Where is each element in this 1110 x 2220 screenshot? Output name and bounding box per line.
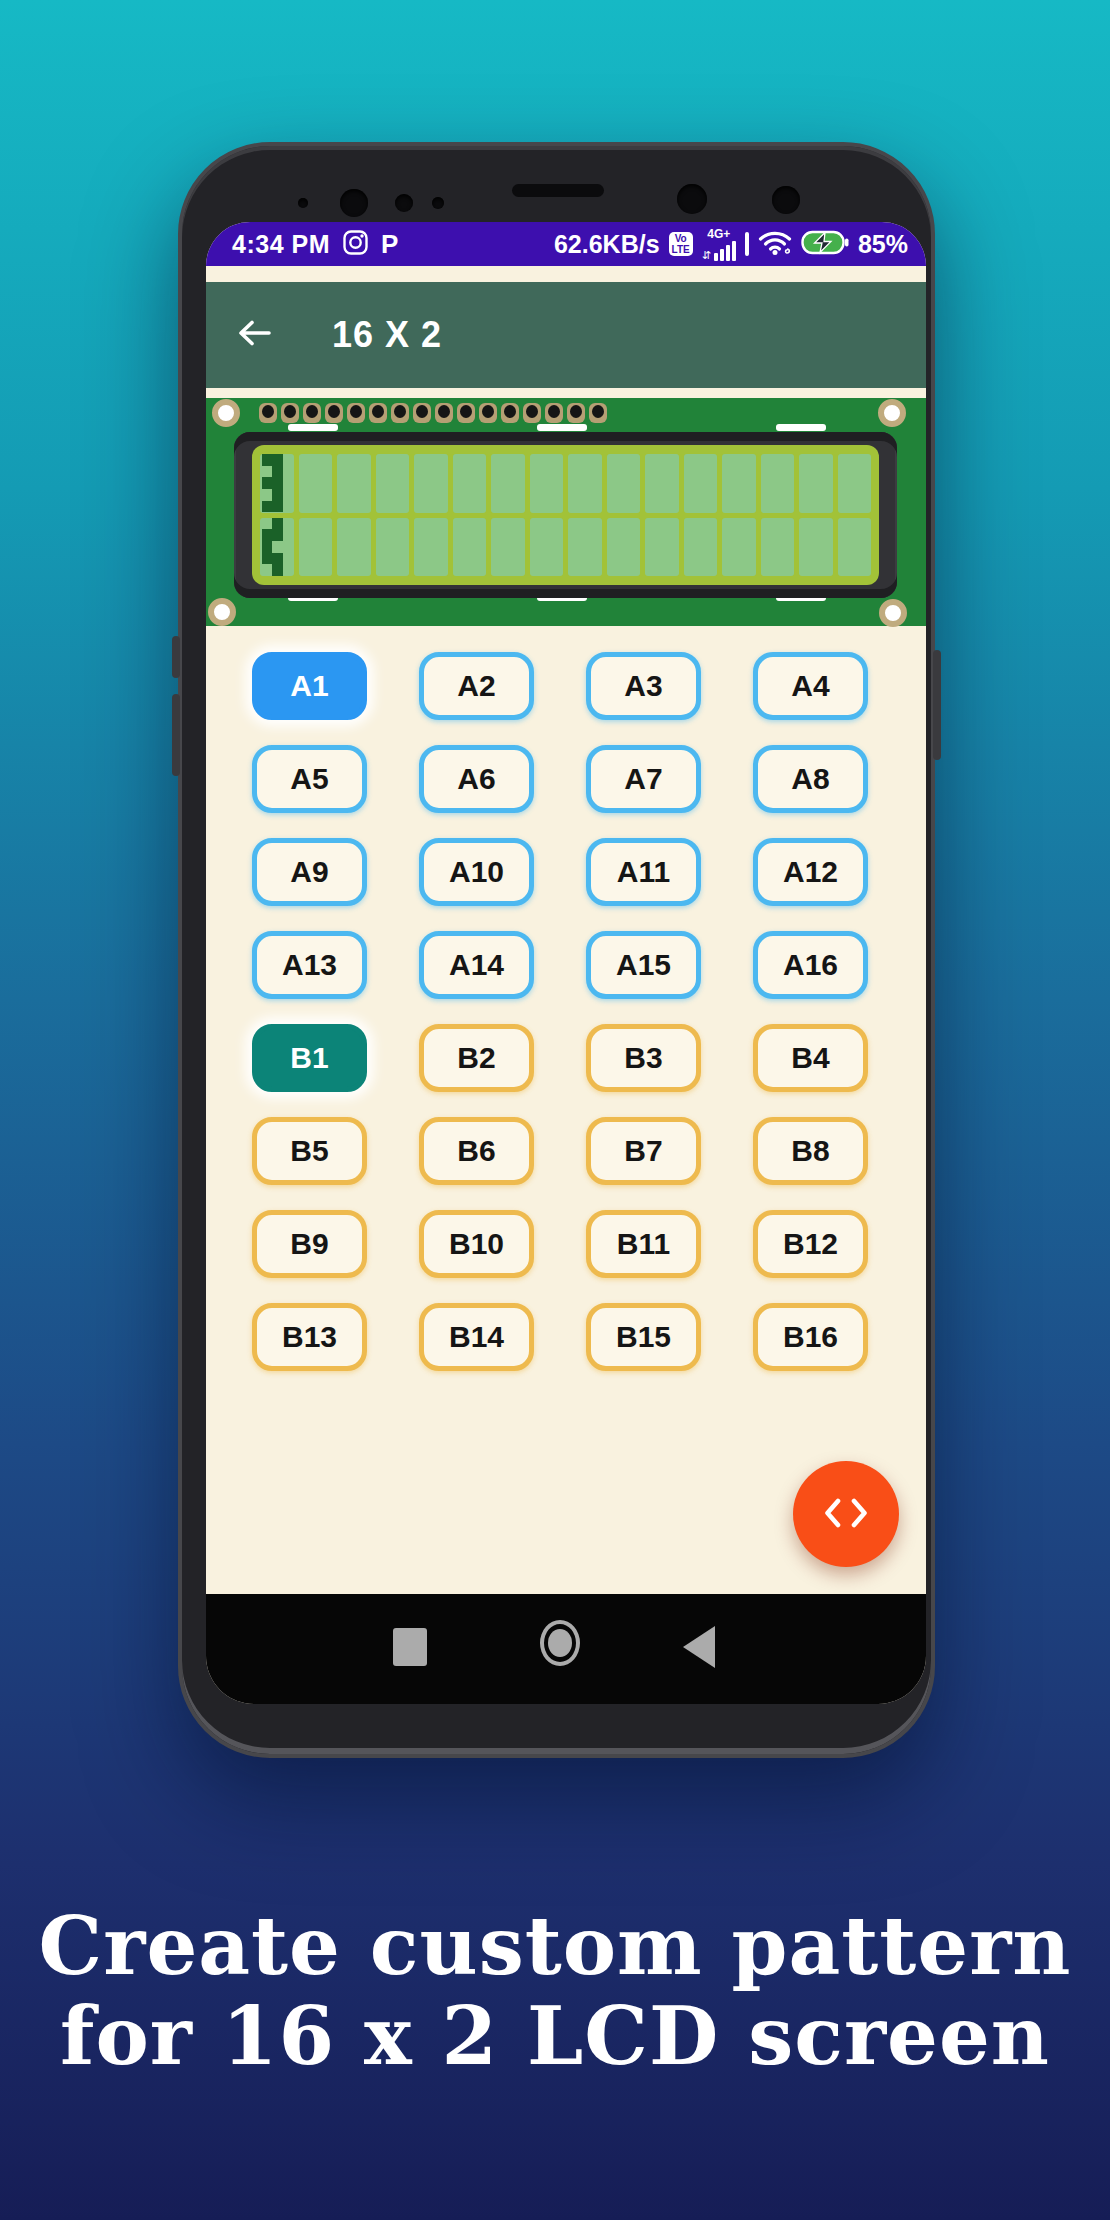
- lcd-grid: [260, 454, 871, 576]
- pattern-button-b12[interactable]: B12: [753, 1210, 868, 1278]
- lcd-cell-r1c8: [530, 454, 564, 513]
- lcd-cell-r2c3: [337, 518, 371, 577]
- lcd-pin: [545, 403, 563, 423]
- earpiece-speaker: [512, 184, 604, 197]
- pattern-button-b4[interactable]: B4: [753, 1024, 868, 1092]
- clock-text: 4:34 PM: [232, 230, 330, 259]
- page-background: 4:34 PM P 62.6KB/s VoLTE 4G+ ⇵: [0, 0, 1110, 2220]
- home-circle-icon[interactable]: [540, 1620, 580, 1666]
- lcd-pin: [259, 403, 277, 423]
- status-bar-left: 4:34 PM P: [232, 229, 398, 260]
- data-arrows-icon: ⇵: [702, 250, 711, 261]
- lcd-pin: [479, 403, 497, 423]
- pattern-button-b11[interactable]: B11: [586, 1210, 701, 1278]
- cellular-signal-icon: 4G+ ⇵: [702, 228, 736, 261]
- lcd-cell-r1c1: [260, 454, 294, 513]
- mounting-hole-top-left: [212, 399, 240, 427]
- camera-lens-right: [772, 186, 800, 214]
- lcd-pin: [347, 403, 365, 423]
- lcd-pin: [391, 403, 409, 423]
- lcd-cell-r2c4: [376, 518, 410, 577]
- volume-button: [172, 636, 180, 678]
- pattern-button-a7[interactable]: A7: [586, 745, 701, 813]
- pattern-button-b15[interactable]: B15: [586, 1303, 701, 1371]
- pattern-button-a5[interactable]: A5: [252, 745, 367, 813]
- mounting-hole-bottom-left: [208, 598, 236, 626]
- status-bar: 4:34 PM P 62.6KB/s VoLTE 4G+ ⇵: [206, 222, 926, 266]
- network-speed-text: 62.6KB/s: [554, 230, 660, 259]
- pattern-button-b13[interactable]: B13: [252, 1303, 367, 1371]
- lcd-pin: [303, 403, 321, 423]
- front-camera-lens: [340, 189, 368, 217]
- pattern-button-a6[interactable]: A6: [419, 745, 534, 813]
- caption-line-1: Create custom pattern: [0, 1902, 1110, 1992]
- phone-frame: 4:34 PM P 62.6KB/s VoLTE 4G+ ⇵: [178, 142, 935, 1758]
- pattern-button-b2[interactable]: B2: [419, 1024, 534, 1092]
- pattern-button-b10[interactable]: B10: [419, 1210, 534, 1278]
- solder-pad-dash: [776, 424, 826, 431]
- back-arrow-icon[interactable]: [234, 314, 274, 356]
- lcd-cell-r1c7: [491, 454, 525, 513]
- lcd-cell-r1c5: [414, 454, 448, 513]
- network-type-label: 4G+: [707, 228, 730, 240]
- pattern-button-a14[interactable]: A14: [419, 931, 534, 999]
- camera-lens-left: [677, 184, 707, 214]
- lcd-cell-r2c16: [838, 518, 872, 577]
- lcd-cell-r1c9: [568, 454, 602, 513]
- mounting-hole-bottom-right: [879, 599, 907, 627]
- pattern-button-b14[interactable]: B14: [419, 1303, 534, 1371]
- sim2-signal-icon: [745, 232, 749, 256]
- lcd-cell-r2c11: [645, 518, 679, 577]
- app-bar: 16 X 2: [206, 282, 926, 388]
- lcd-cell-r2c15: [799, 518, 833, 577]
- lcd-pin: [567, 403, 585, 423]
- lcd-cell-r2c2: [299, 518, 333, 577]
- proximity-sensor-dot: [298, 198, 308, 208]
- pattern-button-a16[interactable]: A16: [753, 931, 868, 999]
- volume-button-lower: [172, 694, 180, 776]
- pattern-button-a4[interactable]: A4: [753, 652, 868, 720]
- mounting-hole-top-right: [878, 399, 906, 427]
- status-bar-right: 62.6KB/s VoLTE 4G+ ⇵: [554, 228, 908, 261]
- pattern-button-a12[interactable]: A12: [753, 838, 868, 906]
- lcd-cell-r2c5: [414, 518, 448, 577]
- lcd-cell-r2c12: [684, 518, 718, 577]
- lcd-cell-r1c4: [376, 454, 410, 513]
- lcd-pin: [369, 403, 387, 423]
- p-notification-icon: P: [381, 229, 398, 260]
- lcd-custom-pattern-b1: [262, 518, 283, 577]
- lcd-cell-r2c6: [453, 518, 487, 577]
- lcd-bezel: [234, 432, 897, 598]
- lcd-pin: [435, 403, 453, 423]
- pattern-button-a13[interactable]: A13: [252, 931, 367, 999]
- page-title: 16 X 2: [332, 314, 442, 356]
- lcd-cell-r2c14: [761, 518, 795, 577]
- lcd-pin: [501, 403, 519, 423]
- pattern-button-b7[interactable]: B7: [586, 1117, 701, 1185]
- pattern-button-a2[interactable]: A2: [419, 652, 534, 720]
- pattern-button-grid: A1A2A3A4A5A6A7A8A9A10A11A12A13A14A15A16B…: [252, 652, 872, 1371]
- lcd-cell-r2c10: [607, 518, 641, 577]
- lcd-cell-r1c15: [799, 454, 833, 513]
- wifi-icon: [758, 229, 792, 260]
- pattern-button-b8[interactable]: B8: [753, 1117, 868, 1185]
- lcd-cell-r1c10: [607, 454, 641, 513]
- lcd-cell-r1c11: [645, 454, 679, 513]
- lcd-cell-r1c14: [761, 454, 795, 513]
- lcd-cell-r1c6: [453, 454, 487, 513]
- lcd-cell-r2c7: [491, 518, 525, 577]
- pattern-button-a8[interactable]: A8: [753, 745, 868, 813]
- lcd-module-pcb: [206, 398, 926, 626]
- lcd-cell-r1c12: [684, 454, 718, 513]
- pattern-button-b5[interactable]: B5: [252, 1117, 367, 1185]
- lcd-pin: [457, 403, 475, 423]
- lcd-cell-r1c13: [722, 454, 756, 513]
- pattern-button-a11[interactable]: A11: [586, 838, 701, 906]
- pattern-button-a3[interactable]: A3: [586, 652, 701, 720]
- phone-screen: 4:34 PM P 62.6KB/s VoLTE 4G+ ⇵: [206, 222, 926, 1704]
- power-button: [933, 650, 941, 760]
- lcd-cell-r2c8: [530, 518, 564, 577]
- lcd-glass: [252, 445, 879, 585]
- lcd-cell-r1c16: [838, 454, 872, 513]
- pattern-button-b9[interactable]: B9: [252, 1210, 367, 1278]
- caption-text: Create custom pattern for 16 x 2 LCD scr…: [0, 1902, 1110, 2081]
- lcd-cell-r1c3: [337, 454, 371, 513]
- battery-icon: [801, 229, 849, 260]
- instagram-icon: [342, 229, 369, 260]
- volte-icon: VoLTE: [669, 232, 693, 256]
- pattern-button-b6[interactable]: B6: [419, 1117, 534, 1185]
- recents-square-icon[interactable]: [393, 1628, 427, 1666]
- lcd-pin: [413, 403, 431, 423]
- pattern-button-a10[interactable]: A10: [419, 838, 534, 906]
- solder-pad-dash: [537, 424, 587, 431]
- lcd-pin: [325, 403, 343, 423]
- solder-pad-dash: [288, 424, 338, 431]
- pattern-button-a9[interactable]: A9: [252, 838, 367, 906]
- back-triangle-icon[interactable]: [683, 1626, 715, 1668]
- lcd-pin-row: [259, 403, 607, 423]
- lcd-pin: [523, 403, 541, 423]
- lcd-cell-r2c13: [722, 518, 756, 577]
- lcd-custom-pattern-a1: [262, 454, 283, 513]
- pattern-button-b16[interactable]: B16: [753, 1303, 868, 1371]
- pattern-button-a1[interactable]: A1: [252, 652, 367, 720]
- lcd-cell-r2c1: [260, 518, 294, 577]
- pattern-button-b3[interactable]: B3: [586, 1024, 701, 1092]
- sensor-dot-small: [432, 197, 444, 209]
- caption-line-2: for 16 x 2 LCD screen: [0, 1992, 1110, 2082]
- lcd-pin: [281, 403, 299, 423]
- battery-percent-text: 85%: [858, 230, 908, 259]
- code-chevrons-icon: [823, 1497, 869, 1532]
- lcd-cell-r1c2: [299, 454, 333, 513]
- pattern-button-b1[interactable]: B1: [252, 1024, 367, 1092]
- pattern-button-a15[interactable]: A15: [586, 931, 701, 999]
- lcd-pin: [589, 403, 607, 423]
- sensor-dot: [395, 194, 413, 212]
- generate-code-fab[interactable]: [793, 1461, 899, 1567]
- lcd-cell-r2c9: [568, 518, 602, 577]
